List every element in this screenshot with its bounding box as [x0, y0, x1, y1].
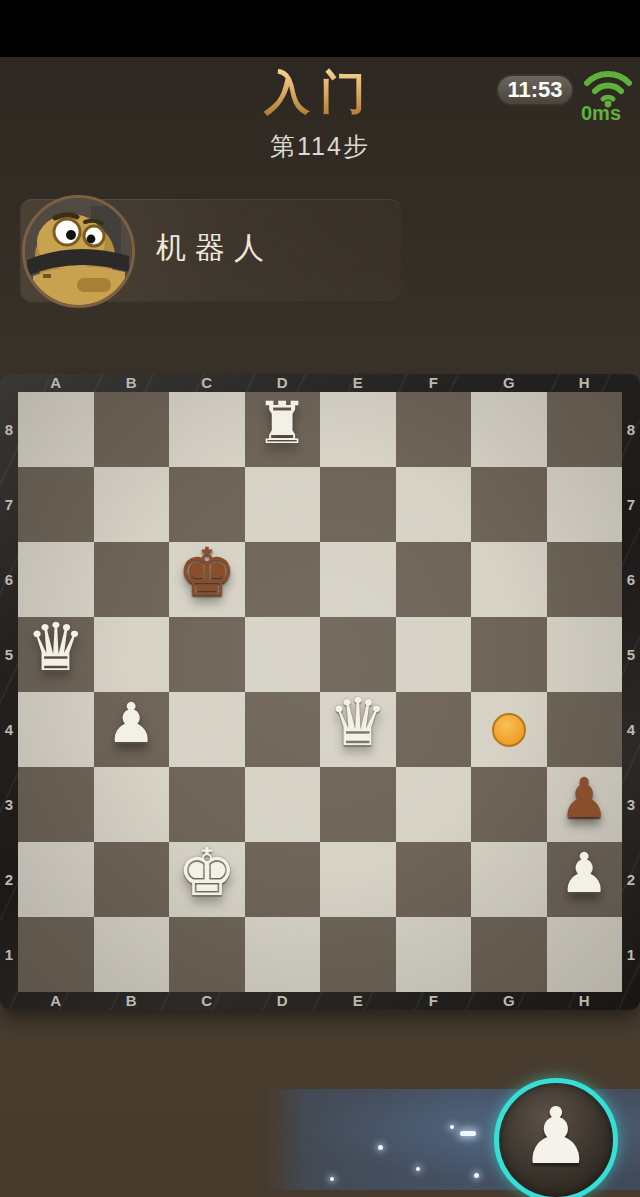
- board-inner: ♜♚♛♟♛♟♚♟: [18, 392, 622, 992]
- black-king-c6[interactable]: ♚: [169, 535, 245, 610]
- coord-label: 7: [0, 467, 18, 542]
- sparkle: [460, 1131, 476, 1136]
- coord-label: 8: [622, 392, 640, 467]
- coord-label: H: [547, 374, 623, 392]
- white-queen-a5[interactable]: ♛: [18, 610, 94, 685]
- player-name: 机器人: [156, 228, 273, 269]
- coord-label: C: [169, 374, 245, 392]
- white-pawn-b4[interactable]: ♟: [94, 685, 170, 760]
- coord-label: 7: [622, 467, 640, 542]
- sparkle: [378, 1145, 383, 1150]
- black-pawn-h3[interactable]: ♟: [547, 760, 623, 835]
- file-labels-top: ABCDEFGH: [18, 374, 622, 392]
- coord-label: B: [94, 374, 170, 392]
- coord-label: C: [169, 992, 245, 1010]
- coord-label: 3: [622, 767, 640, 842]
- move-counter: 第114步: [0, 130, 640, 163]
- coord-label: 6: [0, 542, 18, 617]
- coord-label: E: [320, 992, 396, 1010]
- robot-avatar: [22, 195, 135, 308]
- file-labels-bottom: ABCDEFGH: [18, 992, 622, 1010]
- coord-label: 5: [622, 617, 640, 692]
- white-king-c2[interactable]: ♚: [169, 835, 245, 910]
- coord-label: 3: [0, 767, 18, 842]
- coord-label: E: [320, 374, 396, 392]
- sparkle: [330, 1177, 334, 1181]
- timer-badge: 11:53: [496, 74, 574, 106]
- coord-label: G: [471, 992, 547, 1010]
- ping-label: 0ms: [570, 102, 632, 125]
- coord-label: G: [471, 374, 547, 392]
- coord-label: B: [94, 992, 170, 1010]
- coord-label: 1: [0, 917, 18, 992]
- coord-label: F: [396, 992, 472, 1010]
- sparkle: [416, 1167, 420, 1171]
- move-hint-dot-g4[interactable]: [492, 713, 526, 747]
- pieces-layer: ♜♚♛♟♛♟♚♟: [18, 392, 622, 992]
- coord-label: 4: [0, 692, 18, 767]
- sparkle: [474, 1173, 479, 1178]
- promo-pawn-button[interactable]: ♟: [494, 1078, 618, 1197]
- coord-label: 4: [622, 692, 640, 767]
- rank-labels-right: 87654321: [622, 392, 640, 992]
- white-queen-e4[interactable]: ♛: [320, 685, 396, 760]
- coord-label: 2: [0, 842, 18, 917]
- status-bar: [0, 0, 640, 57]
- coord-label: H: [547, 992, 623, 1010]
- coord-label: 5: [0, 617, 18, 692]
- rank-labels-left: 87654321: [0, 392, 18, 992]
- coord-label: A: [18, 374, 94, 392]
- chess-board: ABCDEFGH ABCDEFGH 87654321 87654321 ♜♚♛♟…: [0, 374, 640, 1010]
- coord-label: D: [245, 992, 321, 1010]
- white-rook-d8[interactable]: ♜: [245, 385, 321, 460]
- coord-label: A: [18, 992, 94, 1010]
- sparkle: [450, 1125, 454, 1129]
- coord-label: 6: [622, 542, 640, 617]
- coord-label: 1: [622, 917, 640, 992]
- white-pawn-icon: ♟: [521, 1091, 591, 1181]
- coord-label: F: [396, 374, 472, 392]
- white-pawn-h2[interactable]: ♟: [547, 835, 623, 910]
- coord-label: 8: [0, 392, 18, 467]
- coord-label: 2: [622, 842, 640, 917]
